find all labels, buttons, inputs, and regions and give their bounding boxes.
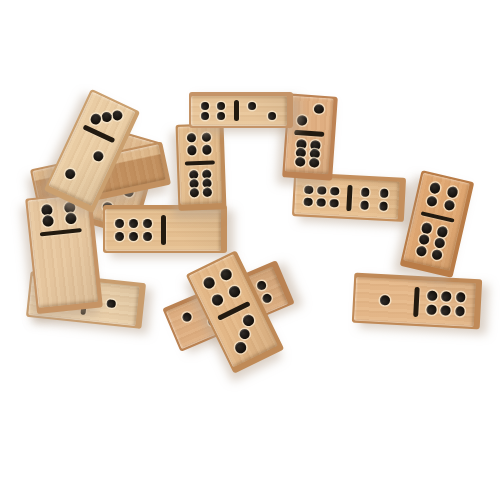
pip	[295, 157, 305, 167]
wood-grain	[191, 96, 287, 126]
tile-face	[354, 277, 476, 327]
tile-face	[191, 96, 287, 126]
pip	[187, 146, 196, 155]
pip	[115, 219, 124, 228]
domino-4-6[interactable]	[176, 123, 227, 211]
pip	[441, 306, 451, 316]
divider-line	[234, 101, 239, 122]
dominoes-photo	[0, 0, 500, 500]
tile-face	[294, 176, 400, 219]
tile-face	[403, 173, 470, 271]
pip	[379, 202, 388, 211]
pip	[305, 186, 314, 195]
pip	[297, 115, 307, 125]
wood-grain	[27, 194, 98, 308]
pip	[427, 291, 437, 301]
pip	[201, 102, 209, 110]
pip	[201, 112, 209, 120]
divider-line	[161, 215, 166, 244]
tile-face	[178, 125, 223, 204]
pip	[268, 112, 276, 120]
pip	[456, 292, 466, 302]
domino-6-0[interactable]	[103, 205, 227, 253]
tile-face	[105, 209, 221, 251]
pip	[330, 199, 339, 208]
pip	[330, 187, 339, 196]
pip	[380, 295, 390, 305]
pip	[317, 198, 326, 207]
pip	[129, 219, 138, 228]
domino-4-6[interactable]	[400, 170, 475, 278]
pip	[143, 219, 152, 228]
pip	[441, 291, 451, 301]
pip	[317, 186, 326, 195]
pip	[380, 189, 389, 198]
domino-1-6[interactable]	[352, 273, 482, 330]
pip	[202, 145, 211, 154]
pip	[426, 305, 436, 315]
domino-6-4[interactable]	[292, 172, 406, 222]
dominoes-board	[0, 0, 500, 500]
domino-4-2[interactable]	[189, 92, 293, 128]
tile-face	[27, 194, 98, 308]
